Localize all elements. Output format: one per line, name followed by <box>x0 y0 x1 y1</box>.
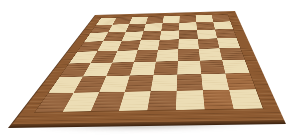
square-h2 <box>225 73 255 90</box>
square-e3 <box>154 61 178 75</box>
square-h5 <box>217 38 240 49</box>
square-g4 <box>199 48 222 60</box>
square-f4 <box>178 49 200 61</box>
square-g1 <box>203 90 234 110</box>
square-g5 <box>198 38 220 49</box>
square-e2 <box>151 75 178 92</box>
square-d1 <box>119 91 151 111</box>
square-h1 <box>229 89 263 109</box>
photo-background <box>0 0 290 136</box>
square-c7 <box>126 24 146 32</box>
square-f5 <box>178 39 199 50</box>
square-f1 <box>176 90 205 110</box>
square-d2 <box>125 75 154 92</box>
square-d4 <box>134 50 158 62</box>
chess-board <box>8 11 286 128</box>
square-d5 <box>138 40 160 51</box>
square-g3 <box>200 60 225 74</box>
square-e5 <box>158 39 179 50</box>
square-f6 <box>179 30 198 39</box>
square-e1 <box>147 91 176 111</box>
square-d3 <box>130 61 156 75</box>
square-e4 <box>156 49 178 61</box>
square-h3 <box>222 59 249 73</box>
square-f2 <box>177 74 203 91</box>
board-squares <box>35 14 263 112</box>
square-f3 <box>177 60 201 74</box>
square-h4 <box>219 48 244 60</box>
